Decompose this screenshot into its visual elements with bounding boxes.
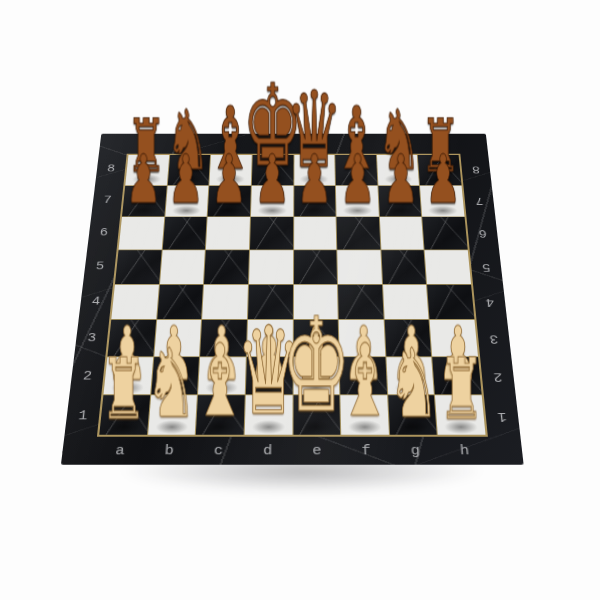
square-g6: [380, 217, 424, 249]
black-pawn: ♟: [382, 146, 418, 213]
coordinate-rank-left-8: 8: [95, 154, 127, 185]
white-rook: ♜: [101, 347, 146, 431]
coordinate-rank-left-1: 1: [64, 396, 101, 437]
square-c7: ♟: [208, 186, 251, 217]
coordinate-rank-left-6: 6: [87, 216, 120, 249]
black-pawn: ♟: [297, 146, 333, 213]
square-e5: [294, 250, 338, 283]
square-d6: [250, 217, 293, 249]
square-b1: ♞: [148, 396, 197, 435]
square-b6: [162, 217, 207, 249]
square-f5: [337, 250, 381, 283]
coordinate-rank-right-7: 7: [463, 184, 495, 216]
square-c6: [206, 217, 250, 249]
square-c5: [204, 250, 249, 283]
square-e6: [294, 217, 337, 249]
board-grid: ♜♞♝♚♛♝♞♜♟♟♟♟♟♟♟♟♟♟♟♟♟♟♟♟♜♞♝♛♚♝♞♜: [97, 154, 488, 437]
coordinate-rank-right-2: 2: [480, 357, 516, 396]
square-g7: ♟: [378, 186, 421, 217]
white-knight: ♞: [146, 336, 197, 431]
square-h6: [423, 217, 468, 249]
chess-board: ♜♞♝♚♛♝♞♜♟♟♟♟♟♟♟♟♟♟♟♟♟♟♟♟♜♞♝♛♚♝♞♜ 8765432…: [61, 134, 524, 465]
coordinate-rank-left-7: 7: [91, 184, 123, 216]
square-a1: ♜: [99, 396, 149, 435]
square-a5: [115, 250, 161, 283]
square-h1: ♜: [435, 396, 485, 435]
square-h7: ♟: [420, 186, 464, 217]
board-front-edge: [63, 452, 523, 460]
square-b5: [160, 250, 205, 283]
square-g5: [381, 250, 426, 283]
square-h5: [425, 250, 471, 283]
square-d7: ♟: [251, 186, 293, 217]
square-f6: [337, 217, 380, 249]
square-g1: ♞: [388, 396, 437, 435]
square-e1: ♚: [293, 396, 340, 435]
square-a6: [119, 217, 164, 249]
white-knight: ♞: [388, 336, 439, 431]
coordinate-rank-left-5: 5: [83, 250, 117, 284]
square-a7: ♟: [122, 186, 166, 217]
black-pawn: ♟: [168, 146, 204, 213]
black-pawn: ♟: [339, 146, 375, 213]
square-b7: ♟: [165, 186, 209, 217]
coordinate-rank-right-8: 8: [460, 154, 491, 185]
coordinate-rank-right-6: 6: [466, 216, 499, 249]
square-f7: ♟: [336, 186, 379, 217]
square-f1: ♝: [341, 396, 389, 435]
coordinate-rank-right-1: 1: [484, 396, 521, 437]
black-pawn: ♟: [425, 146, 461, 213]
black-pawn: ♟: [125, 146, 161, 213]
square-d5: [249, 250, 293, 283]
scene: ♜♞♝♚♛♝♞♜♟♟♟♟♟♟♟♟♟♟♟♟♟♟♟♟♜♞♝♛♚♝♞♜ 8765432…: [0, 0, 600, 600]
coordinate-rank-right-4: 4: [473, 284, 507, 320]
black-pawn: ♟: [254, 146, 290, 213]
coordinate-rank-right-5: 5: [470, 250, 503, 284]
white-rook: ♜: [439, 347, 484, 431]
black-pawn: ♟: [211, 146, 247, 213]
white-bishop: ♝: [338, 332, 392, 432]
square-e7: ♟: [294, 186, 336, 217]
